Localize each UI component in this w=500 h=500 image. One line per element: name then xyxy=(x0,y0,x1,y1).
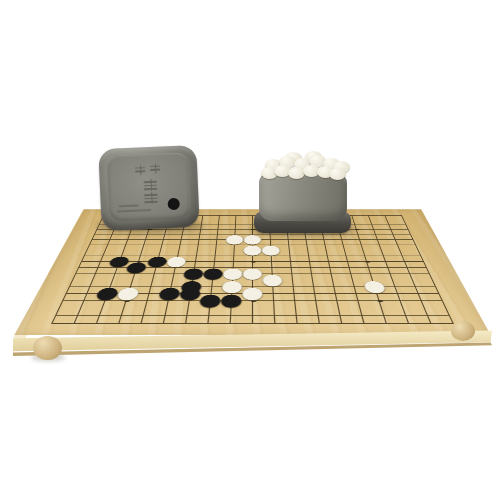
hoshi-point xyxy=(123,300,129,302)
white-stone: ● xyxy=(166,255,187,266)
black-stone-bowl-closed xyxy=(98,145,199,231)
white-stone-in-bowl xyxy=(329,168,346,180)
embossed-kanji xyxy=(144,192,158,205)
hoshi-point xyxy=(250,261,255,263)
black-stone: ● xyxy=(147,255,169,266)
black-stone: ● xyxy=(108,255,131,266)
white-stone: ● xyxy=(222,280,243,292)
white-stone: ● xyxy=(116,286,141,299)
hoshi-point xyxy=(364,261,369,263)
black-stone: ● xyxy=(203,267,224,279)
white-stone-heap xyxy=(261,151,345,183)
white-stone: ● xyxy=(225,234,243,244)
white-stone: ● xyxy=(262,273,283,285)
white-stone: ● xyxy=(362,280,386,292)
black-stone: ● xyxy=(183,267,204,279)
black-stone: ● xyxy=(158,286,181,299)
embossed-kanji xyxy=(150,163,160,173)
black-stone: ● xyxy=(179,286,202,299)
white-stone: ● xyxy=(223,267,243,279)
white-stone: ● xyxy=(242,286,263,299)
black-stone: ● xyxy=(125,261,148,272)
bowl-bottom-face xyxy=(107,152,192,222)
board-foot-left xyxy=(33,336,62,360)
embossed-kanji xyxy=(144,179,158,192)
hoshi-point xyxy=(377,300,383,302)
go-set-photo: ●●●●●●●●●●●●●●●●●●●●●●● xyxy=(0,0,500,500)
white-stone: ● xyxy=(243,234,261,244)
board-foot-right xyxy=(451,321,475,341)
embossed-kanji xyxy=(135,165,145,175)
white-stone: ● xyxy=(262,244,281,254)
hoshi-point xyxy=(250,300,256,302)
white-stone: ● xyxy=(243,244,262,254)
moulded-fine-print xyxy=(117,209,151,212)
white-stone: ● xyxy=(243,267,263,279)
black-dot-sticker xyxy=(168,197,181,210)
black-stone: ● xyxy=(199,293,221,306)
black-stone: ● xyxy=(180,280,202,292)
moulded-fine-print xyxy=(119,205,139,208)
hoshi-point xyxy=(136,261,141,263)
black-stone: ● xyxy=(95,286,120,299)
black-stone: ● xyxy=(220,293,242,306)
